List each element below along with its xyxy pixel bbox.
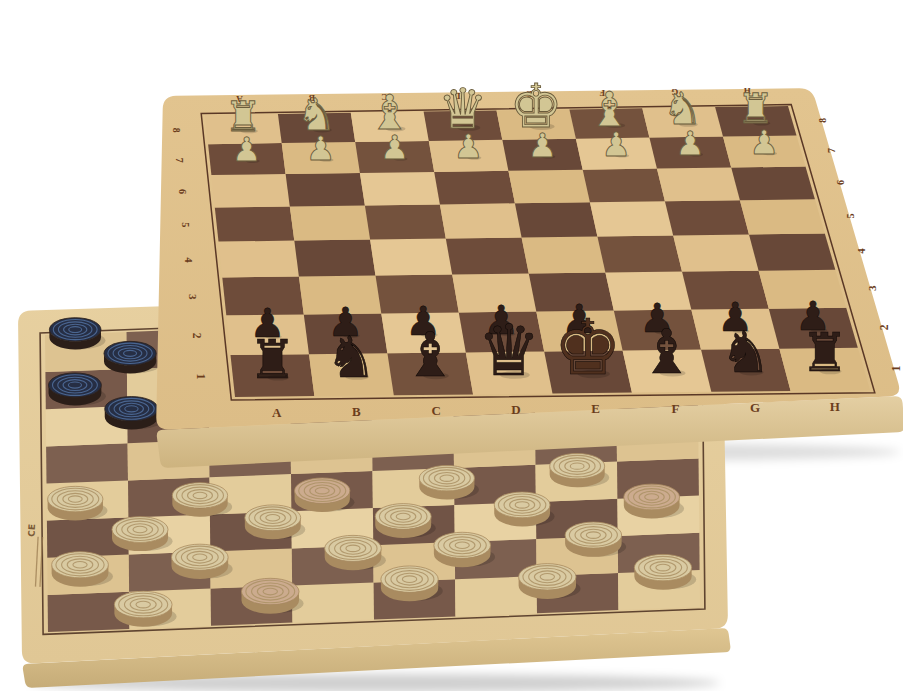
chess-piece-c1-bishop-dark[interactable]: ♝ [403,319,458,390]
pawn-glyph: ♟ [454,127,484,166]
rook-glyph: ♜ [801,322,849,384]
pawn-glyph: ♟ [306,129,336,168]
chess-square-e4[interactable] [522,237,606,274]
chess-square-a6[interactable] [211,174,289,208]
chess-piece-a1-rook-dark[interactable]: ♜ [248,329,296,391]
chess-square-f6[interactable] [583,169,665,203]
checker-top [494,492,550,518]
chess-square-c4[interactable] [370,239,452,276]
chess-square-c5[interactable] [365,204,446,239]
chess-piece-d1-queen-dark[interactable]: ♛ [477,309,540,392]
chess-piece-h7-pawn-light[interactable]: ♟ [749,123,779,162]
knight-glyph: ♞ [720,319,771,385]
chess-rank-label-right-1: 1 [889,365,903,371]
checker-top [325,535,382,561]
chess-rank-label-left-7: 7 [174,158,185,163]
checker-top [295,478,350,503]
chess-square-f4[interactable] [597,236,682,273]
chess-square-a4[interactable] [219,241,299,278]
checker-top [634,554,691,580]
chess-piece-b7-pawn-light[interactable]: ♟ [306,129,336,168]
chess-piece-g7-pawn-light[interactable]: ♟ [675,124,705,163]
chess-piece-c7-pawn-light[interactable]: ♟ [380,128,410,167]
checker-top [381,566,438,592]
rook-glyph: ♜ [248,329,296,391]
chess-piece-a7-pawn-light[interactable]: ♟ [232,130,262,169]
chess-square-b5[interactable] [290,205,370,240]
pawn-glyph: ♟ [675,124,705,163]
chess-square-g6[interactable] [657,168,740,202]
ce-mark-text: CE [26,524,37,537]
checker-top [245,505,301,531]
checker-top [565,522,622,548]
checker-top [519,564,576,590]
chess-square-f5[interactable] [590,201,673,236]
chess-rank-label-right-3: 3 [866,285,878,291]
chess-file-label-bottom-H: H [830,399,840,414]
checker-top [114,591,172,618]
knight-glyph: ♞ [326,324,377,390]
chess-square-g4[interactable] [673,235,758,272]
chess-file-label-bottom-G: G [750,400,760,415]
queen-glyph: ♛ [477,309,540,392]
chess-file-label-bottom-C: C [431,403,440,418]
chess-rank-label-left-3: 3 [187,294,199,300]
chess-rank-label-left-5: 5 [180,222,191,227]
chess-piece-f7-pawn-light[interactable]: ♟ [601,125,631,164]
chess-square-g5[interactable] [665,200,749,235]
chess-file-label-bottom-D: D [511,402,520,417]
checker-top [242,578,299,604]
checker-top [49,318,101,342]
bishop-glyph: ♝ [639,316,694,387]
bishop-glyph: ♝ [403,319,458,390]
chess-rank-label-right-2: 2 [878,324,890,330]
chess-file-label-bottom-B: B [352,404,361,419]
chess-square-d5[interactable] [440,203,522,238]
chess-rank-label-right-7: 7 [826,148,837,153]
chess-rank-label-right-8: 8 [817,118,828,123]
chess-square-c6[interactable] [360,172,440,206]
checker-top [48,486,103,511]
product-photo-stage: CEABCDEFGHABCDEFGH8765432187654321♜♞♝♛♚♝… [0,0,903,691]
pawn-glyph: ♟ [601,125,631,164]
chess-square-h4[interactable] [749,234,835,271]
checker-top [112,517,168,543]
king-glyph: ♚ [553,303,622,392]
chess-rank-label-right-5: 5 [845,213,856,218]
checker-top [171,544,228,570]
chess-rank-label-right-6: 6 [835,180,846,185]
chess-piece-h1-rook-dark[interactable]: ♜ [801,322,849,384]
pawn-glyph: ♟ [232,130,262,169]
pawn-glyph: ♟ [380,128,410,167]
chess-file-label-bottom-F: F [671,401,679,416]
chess-square-d6[interactable] [434,171,515,205]
chess-rank-label-left-6: 6 [177,189,188,194]
checker-top [172,483,227,508]
chess-square-h5[interactable] [740,199,825,234]
chess-square-h6[interactable] [731,167,815,201]
chess-file-label-bottom-A: A [272,405,282,420]
chess-square-b6[interactable] [286,173,365,207]
checker-top [104,341,156,365]
checker-top [550,453,605,478]
checker-top [624,484,680,510]
chess-rank-label-right-4: 4 [855,248,867,254]
chess-file-label-bottom-E: E [591,401,600,416]
chess-rank-label-left-4: 4 [183,257,195,263]
chess-piece-d7-pawn-light[interactable]: ♟ [454,127,484,166]
chess-piece-e1-king-dark[interactable]: ♚ [553,303,622,392]
chess-rank-label-left-2: 2 [191,333,203,339]
checker-top [434,532,491,558]
pawn-glyph: ♟ [749,123,779,162]
chess-square-e5[interactable] [515,202,598,237]
checker-top [419,465,474,490]
chess-piece-g1-knight-dark[interactable]: ♞ [720,319,771,385]
chess-piece-f1-bishop-dark[interactable]: ♝ [639,316,694,387]
checker-top [49,373,102,397]
chess-square-d4[interactable] [446,238,529,275]
chess-rank-label-left-8: 8 [171,128,182,133]
chess-square-e6[interactable] [508,170,590,204]
checkers-square-d1[interactable] [292,582,374,622]
checker-top [105,397,158,422]
chess-square-b4[interactable] [294,240,375,277]
chess-square-a5[interactable] [215,207,294,242]
checker-top [52,552,109,578]
scene-svg: CEABCDEFGHABCDEFGH8765432187654321♜♞♝♛♚♝… [0,0,903,691]
checkers-square-a5[interactable] [46,443,128,483]
chess-piece-b1-knight-dark[interactable]: ♞ [326,324,377,390]
chess-rank-label-left-1: 1 [194,373,208,379]
pawn-glyph: ♟ [527,126,557,165]
chess-piece-e7-pawn-light[interactable]: ♟ [527,126,557,165]
checker-top [375,504,431,530]
